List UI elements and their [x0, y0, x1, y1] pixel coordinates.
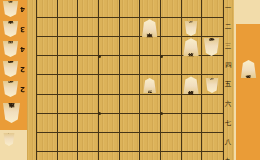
rank-label-6: 六	[222, 100, 234, 109]
square-8二[interactable]	[58, 18, 79, 37]
square-5七[interactable]	[120, 114, 141, 133]
shogi-board: 一二三四五六七八九 飛車歩兵金将玉将歩兵銀将歩兵	[27, 0, 234, 160]
square-7一[interactable]	[78, 0, 99, 18]
square-8一[interactable]	[58, 0, 79, 18]
square-1八[interactable]	[202, 133, 223, 152]
square-7八[interactable]	[78, 133, 99, 152]
square-6九[interactable]	[99, 152, 120, 160]
square-9一[interactable]	[37, 0, 58, 18]
gote-hand-桂-count: 4	[20, 45, 25, 53]
shogi-app-screen: 一二三四五六七八九 飛車歩兵金将玉将歩兵銀将歩兵 歩兵4香車3桂馬4銀将2金将2…	[0, 0, 260, 160]
square-5五[interactable]	[120, 75, 141, 94]
square-6五[interactable]	[99, 75, 120, 94]
rank-label-5: 五	[222, 80, 234, 89]
square-8七[interactable]	[58, 114, 79, 133]
star-point-icon	[160, 55, 163, 58]
square-5四[interactable]	[120, 56, 141, 75]
square-1四[interactable]	[202, 56, 223, 75]
square-6四[interactable]	[99, 56, 120, 75]
rank-label-7: 七	[222, 119, 234, 128]
gote-hand-銀-count: 2	[20, 65, 25, 73]
square-4七[interactable]	[140, 114, 161, 133]
square-6八[interactable]	[99, 133, 120, 152]
rank-label-3: 三	[222, 42, 234, 51]
square-5二[interactable]	[120, 18, 141, 37]
square-9二[interactable]	[37, 18, 58, 37]
square-3九[interactable]	[161, 152, 182, 160]
square-4一[interactable]	[140, 0, 161, 18]
square-8五[interactable]	[58, 75, 79, 94]
square-6七[interactable]	[99, 114, 120, 133]
gote-hand-香-count: 3	[20, 25, 25, 33]
square-2四[interactable]	[182, 56, 203, 75]
square-1二[interactable]	[202, 18, 223, 37]
square-7二[interactable]	[78, 18, 99, 37]
square-3七[interactable]	[161, 114, 182, 133]
square-3二[interactable]	[161, 18, 182, 37]
square-5一[interactable]	[120, 0, 141, 18]
sente-hand-金-piece[interactable]: 金将	[240, 60, 257, 78]
square-5三[interactable]	[120, 37, 141, 56]
square-8四[interactable]	[58, 56, 79, 75]
square-8八[interactable]	[58, 133, 79, 152]
square-1六[interactable]	[202, 95, 223, 114]
square-3六[interactable]	[161, 95, 182, 114]
square-7四[interactable]	[78, 56, 99, 75]
square-4六[interactable]	[140, 95, 161, 114]
square-9九[interactable]	[37, 152, 58, 160]
rank-label-4: 四	[222, 61, 234, 70]
gote-hand-歩-count: 4	[20, 5, 25, 13]
square-2六[interactable]	[182, 95, 203, 114]
square-6一[interactable]	[99, 0, 120, 18]
square-2七[interactable]	[182, 114, 203, 133]
square-2一[interactable]	[182, 0, 203, 18]
square-8六[interactable]	[58, 95, 79, 114]
star-point-icon	[160, 112, 163, 115]
square-3一[interactable]	[161, 0, 182, 18]
square-7五[interactable]	[78, 75, 99, 94]
square-3四[interactable]	[161, 56, 182, 75]
square-4九[interactable]	[140, 152, 161, 160]
rank-label-9: 九	[222, 157, 234, 160]
rank-label-8: 八	[222, 138, 234, 147]
square-7七[interactable]	[78, 114, 99, 133]
gote-hand-桂-piece[interactable]: 桂馬	[2, 41, 19, 57]
square-9八[interactable]	[37, 133, 58, 152]
square-8九[interactable]	[58, 152, 79, 160]
square-1九[interactable]	[202, 152, 223, 160]
square-3八[interactable]	[161, 133, 182, 152]
square-6二[interactable]	[99, 18, 120, 37]
gote-captured-tray: 歩兵4香車3桂馬4銀将2金将2飛車	[0, 0, 27, 130]
square-1七[interactable]	[202, 114, 223, 133]
square-8三[interactable]	[58, 37, 79, 56]
gote-hand-飛-piece[interactable]: 飛車	[2, 103, 21, 123]
square-2八[interactable]	[182, 133, 203, 152]
square-7九[interactable]	[78, 152, 99, 160]
square-5八[interactable]	[120, 133, 141, 152]
square-6三[interactable]	[99, 37, 120, 56]
square-5六[interactable]	[120, 95, 141, 114]
gote-hand-金-piece[interactable]: 金将	[2, 81, 19, 97]
square-9三[interactable]	[37, 37, 58, 56]
square-3三[interactable]	[161, 37, 182, 56]
turn-indicator: 歩	[3, 133, 15, 146]
square-6六[interactable]	[99, 95, 120, 114]
gote-hand-歩-piece[interactable]: 歩兵	[2, 1, 19, 17]
square-9七[interactable]	[37, 114, 58, 133]
square-5九[interactable]	[120, 152, 141, 160]
square-4四[interactable]	[140, 56, 161, 75]
square-4三[interactable]	[140, 37, 161, 56]
gote-hand-金-count: 2	[20, 85, 25, 93]
square-7六[interactable]	[78, 95, 99, 114]
gote-hand-香-piece[interactable]: 香車	[2, 21, 19, 37]
star-point-icon	[98, 55, 101, 58]
turn-indicator-piece-icon: 歩	[3, 133, 15, 146]
square-2九[interactable]	[182, 152, 203, 160]
square-3五[interactable]	[161, 75, 182, 94]
square-9六[interactable]	[37, 95, 58, 114]
square-1一[interactable]	[202, 0, 223, 18]
square-4八[interactable]	[140, 133, 161, 152]
rank-label-1: 一	[222, 4, 234, 13]
rank-label-2: 二	[222, 23, 234, 32]
square-9四[interactable]	[37, 56, 58, 75]
star-point-icon	[98, 112, 101, 115]
square-7三[interactable]	[78, 37, 99, 56]
square-9五[interactable]	[37, 75, 58, 94]
gote-hand-銀-piece[interactable]: 銀将	[2, 61, 19, 77]
sente-captured-tray: 金将	[236, 24, 260, 160]
